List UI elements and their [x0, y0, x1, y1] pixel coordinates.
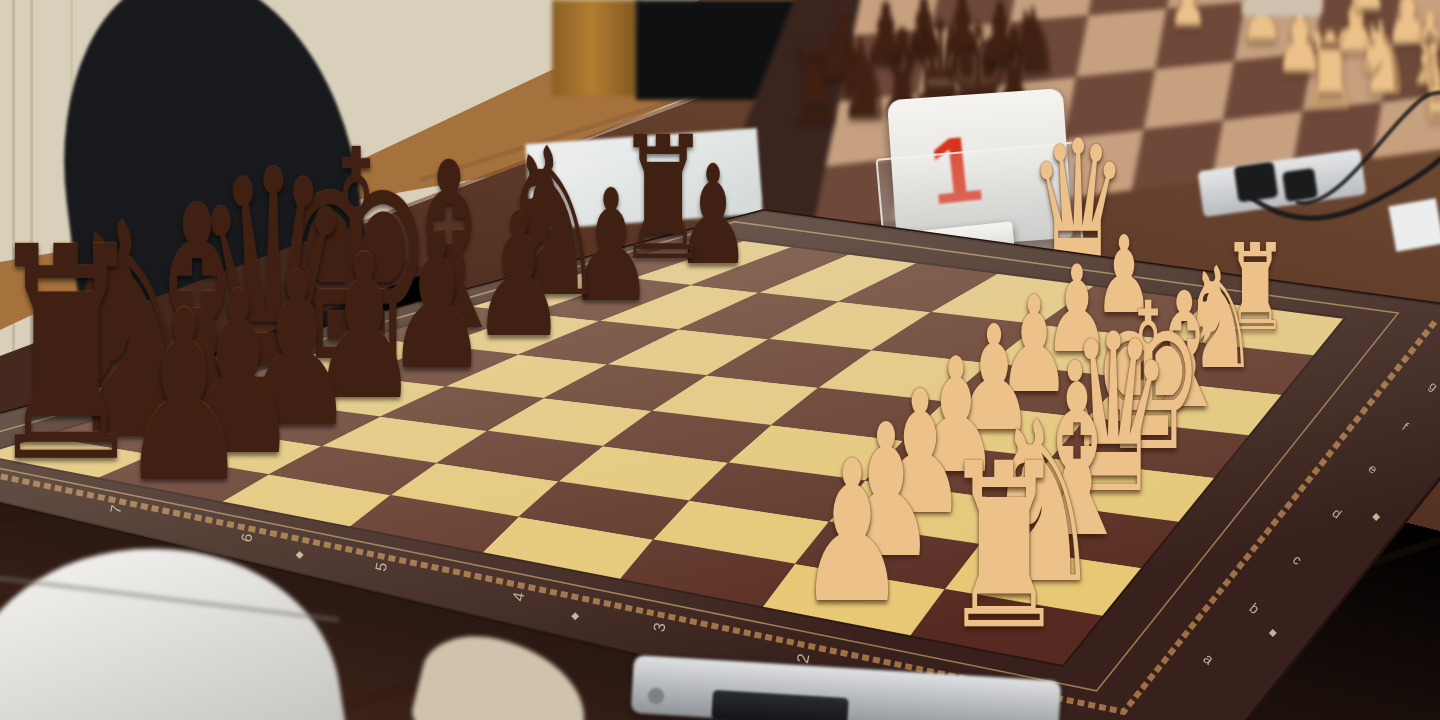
clock-button — [648, 688, 664, 704]
piece-white-rook-a1: ♜ — [941, 434, 1067, 662]
piece-white-pawn-a2: ♟ — [798, 435, 906, 631]
piece-black-pawn-a7: ♟ — [119, 279, 249, 514]
tournament-photo: ♜♟♞♟♝♟♛♟♚♟♝♞♟♟♟♜♟♞♟♝♛♟ 1 ♛ 12345678abcde… — [0, 0, 1440, 720]
